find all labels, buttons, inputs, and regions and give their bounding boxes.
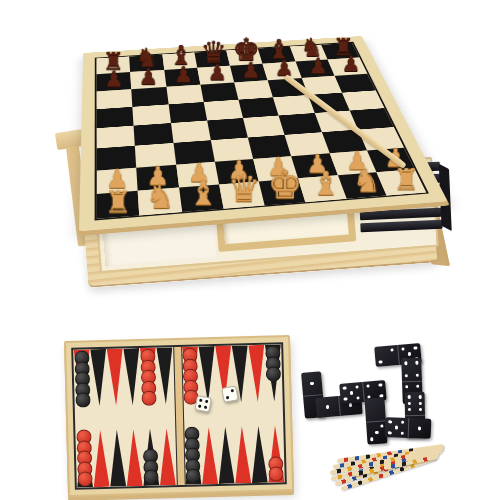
square-c7: ♟ [164,68,200,87]
pip-empty [379,389,382,392]
piece-black-pawn: ♟ [104,68,124,90]
pip-empty [318,411,321,414]
pip [418,427,421,430]
pip-empty [355,403,358,406]
domino-half-4 [402,380,423,404]
pip [356,396,359,399]
pip-empty [369,414,372,417]
black-checker-stack [184,426,202,483]
pip-empty [343,404,346,407]
mikado-stick [340,456,436,490]
pip [418,395,421,398]
pip-empty [379,407,382,410]
piece-white-rook: ♜ [393,165,419,194]
pip-empty [305,382,308,385]
pip [415,357,418,360]
red-checker [141,391,156,406]
pip-empty [325,400,328,403]
point-top-3 [106,348,124,405]
pip-empty [305,388,308,391]
pip-empty [332,410,335,413]
pip [366,384,369,387]
pip [408,396,411,399]
point-top-2 [90,349,108,406]
point-bottom-4 [125,429,143,486]
piece-white-queen: ♛ [228,170,261,207]
mikado-stick [331,449,442,480]
black-checker-stack [73,350,91,407]
point-top-11 [248,345,266,402]
pip [415,361,418,364]
pip-empty [369,425,372,428]
domino-half-3 [366,420,388,445]
pip [343,387,346,390]
pip [408,431,411,434]
pip-empty [378,401,381,404]
pip [344,397,347,400]
pip-empty [313,411,316,414]
pip-empty [414,431,417,434]
pip-empty [368,402,371,405]
backgammon-playfield [71,342,287,490]
pip-empty [343,409,346,412]
pip-empty [384,349,387,352]
pip [408,408,411,411]
red-checker-stack [75,429,93,486]
pip-empty [412,432,415,435]
pip [408,425,411,428]
point-bottom-3 [108,429,126,486]
square-f1: ♝ [298,175,346,202]
piece-black-pawn: ♟ [207,62,226,84]
pip [225,397,228,400]
red-checker-stack [267,456,284,482]
mikado-stick [333,446,444,469]
pip-empty [379,413,382,416]
pip-empty [424,422,427,425]
pip-empty [349,409,352,412]
pip-empty [395,421,398,424]
piece-black-pawn: ♟ [139,66,159,88]
pip-empty [308,412,311,415]
pip [350,391,353,394]
pip [204,406,207,409]
pip-empty [375,425,378,428]
pip-empty [372,384,375,387]
pip-empty [391,359,394,362]
piece-white-knight: ♞ [352,166,380,198]
pip-empty [424,432,427,435]
pip [405,374,408,377]
domino-half-1 [338,394,363,416]
pip-empty [311,388,314,391]
domino-2-5 [374,343,422,367]
square-e6 [234,80,273,100]
pip-empty [391,354,394,357]
domino-half-0 [303,394,325,419]
pip-empty [410,361,413,364]
pip-empty [307,405,310,408]
product-photo: ♜♞♝♛♚♝♞♜♟♟♟♟♟♟♟♟♟♟♟♟♟♟♟♟♜♞♝♛♚♝♞♜ [0,0,500,500]
pip-empty [415,367,418,370]
square-d4 [207,118,248,140]
pip [406,397,409,400]
piece-white-knight: ♞ [146,181,175,214]
pip-empty [348,398,351,401]
pip-empty [373,401,376,404]
pip [401,347,404,350]
pip-empty [232,396,235,399]
pip-empty [317,398,320,401]
point-bottom-10 [234,426,252,483]
domino-1-0 [301,371,325,419]
stacked-domino-edge [360,208,442,221]
pip-empty [316,381,319,384]
pip [408,419,411,422]
pip [389,420,392,423]
pip-empty [373,389,376,392]
pip-empty [413,395,416,398]
chess-board: ♜♞♝♛♚♝♞♜♟♟♟♟♟♟♟♟♟♟♟♟♟♟♟♟♜♞♝♛♚♝♞♜ [95,42,429,221]
pip-empty [405,368,408,371]
square-d1: ♛ [219,181,265,208]
pip-empty [355,397,358,400]
mikado-stick [337,444,444,462]
point-bottom-8 [200,427,218,484]
domino-5-4 [339,380,387,404]
point-top-6 [156,347,174,404]
pip-empty [410,368,413,371]
pip-empty [318,404,321,407]
pip-empty [312,399,315,402]
domino-half-4 [401,358,422,381]
pip-empty [312,405,315,408]
pip [380,424,383,427]
pip-empty [343,392,346,395]
domino-half-6 [405,392,425,415]
pip [419,408,422,411]
pip [419,431,422,434]
domino-half-1 [315,396,339,418]
square-h5 [342,90,385,110]
pip-empty [332,405,335,408]
domino-half-1 [407,418,431,439]
pip [404,362,407,365]
pip-empty [424,427,427,430]
pip-empty [380,431,383,434]
pip-empty [378,355,381,358]
pip-empty [306,399,309,402]
domino-half-4 [362,380,387,402]
domino-4-4 [401,358,423,405]
pip-empty [418,432,421,435]
square-d5 [203,100,243,121]
pip-empty [374,414,377,417]
pip [401,431,404,434]
backgammon-left-half [73,347,176,488]
pip-empty [331,399,334,402]
point-bottom-11 [250,426,268,483]
chess-board-panel: ♜♞♝♛♚♝♞♜♟♟♟♟♟♟♟♟♟♟♟♟♟♟♟♟♜♞♝♛♚♝♞♜ [79,36,448,231]
pip [380,394,383,397]
pip [419,419,422,422]
piece-white-king: ♚ [268,165,303,204]
domino-half-5 [385,417,408,438]
backgammon-board [64,335,294,497]
black-checker-stack [142,449,159,485]
pip [419,425,422,428]
mikado-stick [335,452,440,485]
pip [408,402,411,405]
pip-empty [385,354,388,357]
pip-empty [410,374,413,377]
domino-half-5 [397,343,422,365]
pip [379,360,382,363]
pip-empty [356,408,359,411]
pip [415,374,418,377]
point-bottom-6 [158,428,176,485]
pip [349,403,352,406]
square-b4 [134,123,173,146]
pip-empty [316,387,319,390]
square-g1: ♞ [337,172,386,199]
domino-0-3 [364,397,387,444]
pip [419,402,422,405]
pip [375,431,378,434]
pip-empty [418,421,421,424]
pip [388,431,391,434]
square-e5 [238,97,278,118]
pip [367,395,370,398]
black-checker [75,392,90,407]
pip-empty [367,390,370,393]
pip-empty [381,437,384,440]
mikado-stick [352,455,439,477]
pip [402,358,405,361]
pip-empty [376,437,379,440]
pip-empty [401,426,404,429]
pip-empty [405,391,408,394]
domino-half-1 [301,371,323,395]
mikado-stick [330,447,444,475]
domino-half-6 [405,414,425,438]
pip [408,352,411,355]
stacked-domino-edge [360,219,442,232]
square-a7: ♟ [97,72,132,91]
pip-empty [319,401,322,404]
black-checker [144,470,159,485]
square-a1: ♜ [97,191,140,219]
square-c4 [171,121,211,144]
pip-empty [304,376,307,379]
square-b1: ♞ [138,187,182,215]
pip [416,385,419,388]
square-a4 [97,126,135,149]
pip-empty [388,426,391,429]
pip-empty [356,391,359,394]
domino-5-1 [385,417,432,439]
pip-empty [319,406,322,409]
square-e1: ♚ [259,178,306,205]
backgammon-right-half [182,344,285,485]
pip [355,385,358,388]
pip-empty [373,408,376,411]
pip-empty [413,419,416,422]
piece-black-pawn: ♟ [241,60,260,82]
square-h1: ♜ [376,169,426,195]
square-c1: ♝ [179,184,224,212]
pip [390,348,393,351]
pip-empty [229,396,232,399]
pip-empty [342,398,345,401]
pip-empty [402,353,405,356]
piece-white-bishop: ♝ [188,177,218,211]
pip-empty [368,408,371,411]
domino-1-1 [315,394,363,418]
red-checker [269,466,284,481]
black-checker [186,468,201,483]
pip-empty [411,385,414,388]
pip-empty [370,431,373,434]
pip-empty [385,360,388,363]
square-e4 [243,116,285,138]
pip-empty [320,411,323,414]
pip-empty [315,375,318,378]
pip [326,405,329,408]
domino-6-6 [405,392,426,438]
red-checker-stack [140,349,158,406]
pip-empty [411,397,414,400]
piece-black-pawn: ♟ [341,53,360,74]
pip-empty [414,352,417,355]
pip-empty [413,408,416,411]
pip-empty [310,375,313,378]
pip-empty [412,427,415,430]
pip-empty [373,395,376,398]
domino-half-2 [374,345,398,367]
square-b5 [133,104,171,125]
pip-empty [349,386,352,389]
die-showing-2 [221,386,238,403]
pip-empty [350,397,353,400]
red-checker [77,471,92,486]
black-checker [266,366,281,381]
pip-empty [394,431,397,434]
pip-empty [408,358,411,361]
pip-empty [378,350,381,353]
pip [370,438,373,441]
pip [401,421,404,424]
pip-empty [414,425,417,428]
piece-white-bishop: ♝ [311,167,341,200]
point-bottom-2 [92,430,110,487]
pip [414,346,417,349]
die-showing-4 [194,395,211,412]
point-top-4 [123,348,141,405]
domino-half-5 [339,382,363,404]
domino-half-0 [364,397,386,421]
black-checker-stack [265,345,282,381]
pip-empty [413,402,416,405]
pip [310,382,313,385]
piece-black-pawn: ♟ [308,55,327,76]
pip [395,426,398,429]
pip [405,385,408,388]
pip-empty [411,391,414,394]
pip [416,397,419,400]
piece-white-rook: ♜ [105,187,132,217]
pip [379,383,382,386]
piece-black-pawn: ♟ [173,64,192,86]
point-bottom-9 [217,427,235,484]
pip-empty [326,411,329,414]
pip-empty [412,421,415,424]
pip-empty [416,391,419,394]
pip-empty [407,347,410,350]
